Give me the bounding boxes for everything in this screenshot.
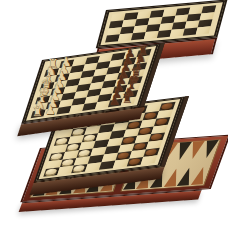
light-chess-piece: ♜	[31, 106, 44, 118]
product-photo: ♜♟♟♜♞♟♟♞♝♟♟♝♛♟♟♛♚♟♟♚♝♟♟♝♞♟♟♞♜♟♟♜	[0, 0, 228, 228]
board-square: ♜	[121, 97, 136, 106]
light-chess-piece: ♟	[44, 104, 57, 116]
dark-chess-piece: ♜	[121, 93, 134, 105]
light-checker-disc	[72, 165, 85, 172]
board-square	[141, 155, 158, 164]
closed-box-lid-checkerboard	[105, 5, 218, 42]
light-checker-disc	[45, 168, 58, 175]
dark-checker-disc	[128, 158, 141, 165]
dark-chess-piece: ♟	[108, 95, 121, 107]
board-square	[196, 26, 211, 34]
